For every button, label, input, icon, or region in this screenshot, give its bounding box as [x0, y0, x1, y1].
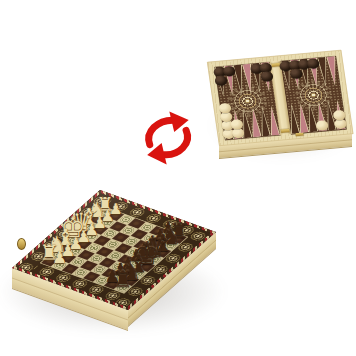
product-photo: ♜♞♝♛♚♝♞♜♟♟♟♟♟♟♟♟♟♟♟♟♟♟♟♟♜♞♝♛♚♝♞♜ — [0, 0, 356, 356]
brass-latch-icon — [17, 238, 26, 250]
brass-hinge-icon — [280, 128, 290, 133]
convert-arrows-icon — [129, 101, 207, 174]
backgammon-board — [207, 50, 353, 146]
